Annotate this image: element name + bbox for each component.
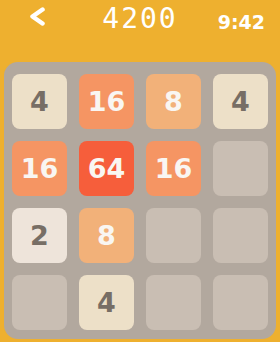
- chevron-left-icon: [29, 7, 46, 26]
- status-bar-time: 9:42: [218, 12, 265, 32]
- tile-4-r4c2: 4: [79, 275, 134, 330]
- tile-8-r1c3: 8: [146, 74, 201, 129]
- back-button[interactable]: [26, 5, 48, 27]
- empty-cell-r3c3: [146, 208, 201, 263]
- empty-cell-r2c4: [213, 141, 268, 196]
- tile-16-r2c3: 16: [146, 141, 201, 196]
- tile-2-r3c1: 2: [12, 208, 67, 263]
- tile-16-r2c1: 16: [12, 141, 67, 196]
- score-display: 4200: [102, 6, 177, 32]
- tile-64-r2c2: 64: [79, 141, 134, 196]
- empty-cell-r4c4: [213, 275, 268, 330]
- empty-cell-r3c4: [213, 208, 268, 263]
- board-2048[interactable]: 41684166416284: [4, 62, 276, 339]
- header-bar: 4200 9:42: [0, 0, 280, 62]
- empty-cell-r4c1: [12, 275, 67, 330]
- tile-16-r1c2: 16: [79, 74, 134, 129]
- tile-8-r3c2: 8: [79, 208, 134, 263]
- tile-4-r1c1: 4: [12, 74, 67, 129]
- tile-4-r1c4: 4: [213, 74, 268, 129]
- game-screen: 4200 9:42 41684166416284: [0, 0, 280, 342]
- empty-cell-r4c3: [146, 275, 201, 330]
